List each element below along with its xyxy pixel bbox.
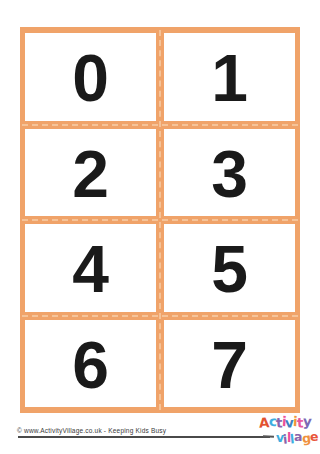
card-digit: 7 [211,329,248,398]
card-digit: 6 [72,329,109,398]
number-card: 1 [164,33,295,121]
number-card: 2 [25,129,156,217]
footer-rule [18,436,270,438]
flash-card-sheet: 0 1 2 3 4 5 6 7 [20,27,300,413]
number-card: 3 [164,129,295,217]
logo-dash [263,435,274,437]
card-digit: 5 [211,233,248,302]
card-digit: 4 [72,233,109,302]
horizontal-cut-line [22,219,298,221]
number-card: 0 [25,33,156,121]
logo-line1: Activity [253,416,317,430]
activity-village-logo: Activity village [253,416,317,443]
card-digit: 2 [72,138,109,207]
horizontal-cut-line [22,124,298,126]
number-card: 6 [25,320,156,408]
copyright-text: © www.ActivityVillage.co.uk - Keeping Ki… [17,427,166,434]
card-digit: 3 [211,138,248,207]
card-digit: 1 [211,42,248,111]
number-card: 5 [164,224,295,312]
logo-line2: village [253,431,317,444]
card-digit: 0 [72,42,109,111]
number-card: 4 [25,224,156,312]
logo-line2-text: village [275,430,317,445]
horizontal-cut-line [22,315,298,317]
number-card: 7 [164,320,295,408]
